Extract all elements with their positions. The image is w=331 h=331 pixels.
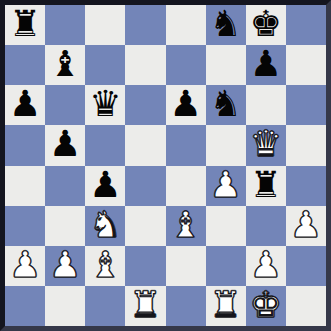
square-e5[interactable] [166,125,206,165]
square-d5[interactable] [125,125,165,165]
square-d6[interactable] [125,85,165,125]
black-pawn-e6[interactable]: ♟ [169,86,201,122]
square-a2[interactable]: ♟ [5,246,45,286]
white-rook-d1[interactable]: ♜ [129,287,161,323]
square-c7[interactable] [85,45,125,85]
black-pawn-a6[interactable]: ♟ [9,86,41,122]
white-pawn-h3[interactable]: ♟ [290,207,322,243]
square-g8[interactable]: ♚ [246,5,286,45]
square-b3[interactable] [45,206,85,246]
black-rook-a8[interactable]: ♜ [9,6,41,42]
white-king-g1[interactable]: ♚ [250,287,282,323]
square-f7[interactable] [206,45,246,85]
black-rook-g4[interactable]: ♜ [250,167,282,203]
square-c6[interactable]: ♛ [85,85,125,125]
square-b5[interactable]: ♟ [45,125,85,165]
square-h7[interactable] [286,45,326,85]
white-bishop-e3[interactable]: ♝ [169,207,201,243]
square-h8[interactable] [286,5,326,45]
square-e7[interactable] [166,45,206,85]
black-king-g8[interactable]: ♚ [250,6,282,42]
square-h6[interactable] [286,85,326,125]
square-c8[interactable] [85,5,125,45]
square-c5[interactable] [85,125,125,165]
square-a1[interactable] [5,286,45,326]
square-e6[interactable]: ♟ [166,85,206,125]
square-h1[interactable] [286,286,326,326]
square-a5[interactable] [5,125,45,165]
square-h4[interactable] [286,166,326,206]
white-pawn-f4[interactable]: ♟ [210,167,242,203]
square-b4[interactable] [45,166,85,206]
square-b8[interactable] [45,5,85,45]
square-a3[interactable] [5,206,45,246]
square-c1[interactable] [85,286,125,326]
square-g6[interactable] [246,85,286,125]
black-pawn-c4[interactable]: ♟ [89,167,121,203]
square-f5[interactable] [206,125,246,165]
square-h3[interactable]: ♟ [286,206,326,246]
white-pawn-g2[interactable]: ♟ [250,247,282,283]
square-g4[interactable]: ♜ [246,166,286,206]
black-knight-f6[interactable]: ♞ [210,86,242,122]
square-g7[interactable]: ♟ [246,45,286,85]
square-d8[interactable] [125,5,165,45]
square-e2[interactable] [166,246,206,286]
square-b7[interactable]: ♝ [45,45,85,85]
square-b1[interactable] [45,286,85,326]
white-bishop-c2[interactable]: ♝ [89,247,121,283]
square-d7[interactable] [125,45,165,85]
square-f3[interactable] [206,206,246,246]
square-d2[interactable] [125,246,165,286]
square-h2[interactable] [286,246,326,286]
square-a6[interactable]: ♟ [5,85,45,125]
black-pawn-g7[interactable]: ♟ [250,46,282,82]
square-d3[interactable] [125,206,165,246]
square-g3[interactable] [246,206,286,246]
square-g2[interactable]: ♟ [246,246,286,286]
square-b2[interactable]: ♟ [45,246,85,286]
square-a4[interactable] [5,166,45,206]
square-f4[interactable]: ♟ [206,166,246,206]
square-e1[interactable] [166,286,206,326]
square-b6[interactable] [45,85,85,125]
white-pawn-b2[interactable]: ♟ [49,247,81,283]
square-d1[interactable]: ♜ [125,286,165,326]
square-c2[interactable]: ♝ [85,246,125,286]
square-f6[interactable]: ♞ [206,85,246,125]
square-g5[interactable]: ♛ [246,125,286,165]
square-c3[interactable]: ♞ [85,206,125,246]
square-c4[interactable]: ♟ [85,166,125,206]
square-f2[interactable] [206,246,246,286]
square-g1[interactable]: ♚ [246,286,286,326]
square-a8[interactable]: ♜ [5,5,45,45]
square-h5[interactable] [286,125,326,165]
square-e8[interactable] [166,5,206,45]
white-pawn-a2[interactable]: ♟ [9,247,41,283]
black-knight-f8[interactable]: ♞ [210,6,242,42]
black-queen-c6[interactable]: ♛ [89,86,121,122]
square-f8[interactable]: ♞ [206,5,246,45]
white-queen-g5[interactable]: ♛ [250,126,282,162]
white-rook-f1[interactable]: ♜ [210,287,242,323]
black-bishop-b7[interactable]: ♝ [49,46,81,82]
square-e3[interactable]: ♝ [166,206,206,246]
black-pawn-b5[interactable]: ♟ [49,126,81,162]
white-knight-c3[interactable]: ♞ [89,207,121,243]
square-f1[interactable]: ♜ [206,286,246,326]
square-d4[interactable] [125,166,165,206]
chess-board: ♜♞♚♝♟♟♛♟♞♟♛♟♟♜♞♝♟♟♟♝♟♜♜♚ [5,5,326,326]
square-e4[interactable] [166,166,206,206]
chess-board-frame: ♜♞♚♝♟♟♛♟♞♟♛♟♟♜♞♝♟♟♟♝♟♜♜♚ [0,0,331,331]
square-a7[interactable] [5,45,45,85]
